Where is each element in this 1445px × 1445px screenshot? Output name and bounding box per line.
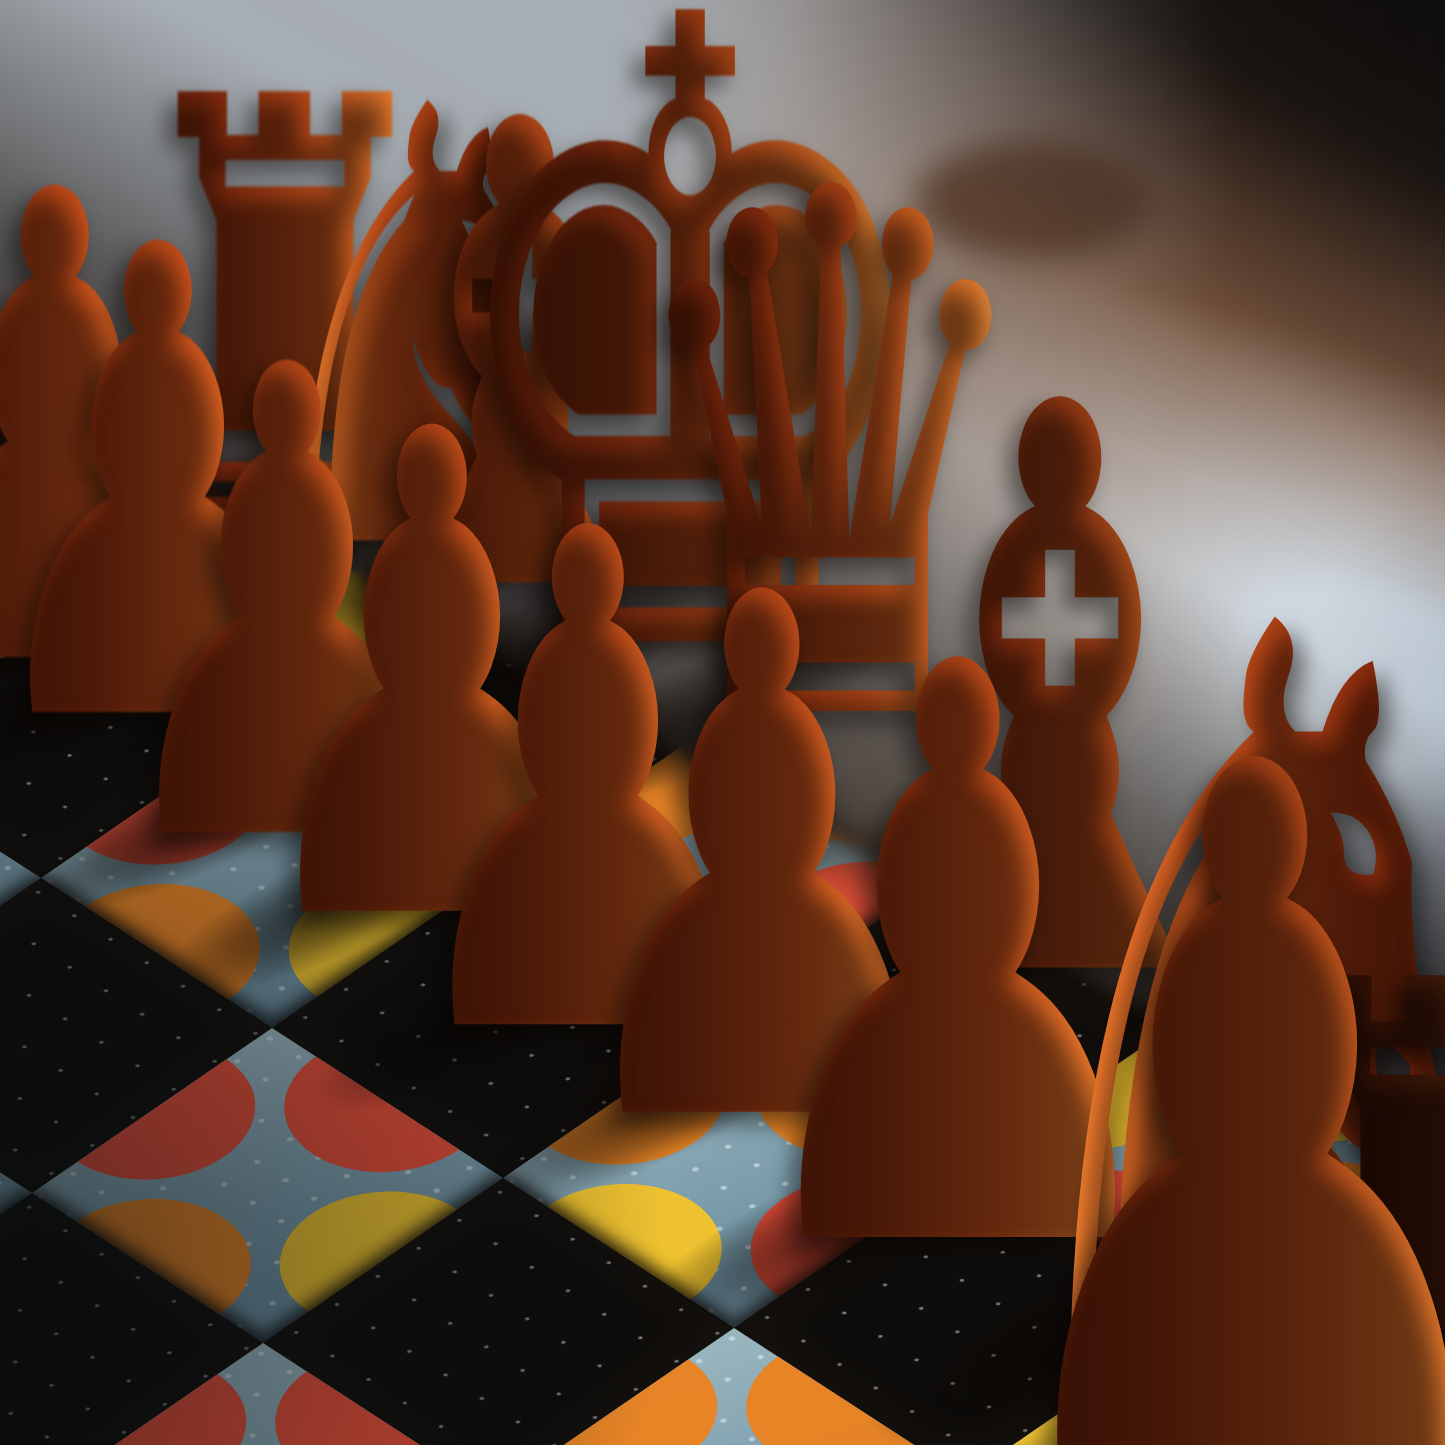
photo-stage: ♜♞♝♚♟♟♛♟♟♝♟♟♟♞♜♟ [0,0,1445,1445]
piece-a2-pawn[interactable]: ♟ [959,640,1445,1445]
